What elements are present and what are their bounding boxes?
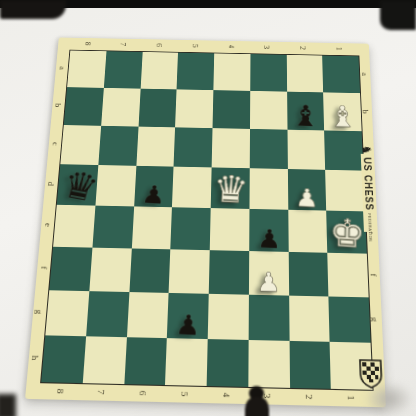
coordinate-label: 8 [55,389,66,394]
square-g3 [248,295,289,341]
square-f6 [129,248,171,292]
chessboard: 87654321 87654321 abcdefgh abcdefgh ♝♝♛♟… [25,37,386,407]
black-pawn: ♟ [141,182,167,208]
coordinate-label: 1 [335,47,344,51]
coordinate-label: 7 [96,390,107,395]
coordinate-label: 2 [299,46,308,50]
photo-corner-topright [380,0,416,30]
square-c6 [136,127,175,167]
square-c3 [250,129,288,169]
white-king: ♚ [329,213,366,254]
square-b3 [250,91,287,130]
square-e5 [171,207,211,250]
square-h4 [207,339,249,387]
black-pawn: ♟ [175,311,201,340]
white-queen: ♛ [212,170,249,209]
square-g4 [208,294,249,340]
square-f5 [169,249,210,293]
square-e4 [210,208,250,251]
square-d5 [172,167,211,208]
white-pawn: ♟ [256,268,280,295]
square-d2: ♟ [287,169,326,211]
coordinate-label: g [35,309,46,314]
square-e1: ♚ [326,211,366,254]
square-a5 [177,53,214,90]
square-b8 [64,87,104,126]
coordinate-label: e [43,223,53,227]
coordinate-label: h [30,355,41,360]
square-d1 [325,170,365,212]
white-pawn: ♟ [295,185,319,211]
square-c8 [60,125,101,165]
square-b4 [213,90,250,129]
coordinate-label: f [39,266,49,269]
black-bishop: ♝ [291,100,320,130]
square-e2 [288,210,328,253]
coordinate-label: a [57,66,66,69]
square-a8 [67,50,106,87]
white-bishop: ♝ [328,102,357,131]
square-a6 [140,52,178,89]
coordinate-label: b [54,103,64,107]
square-d8: ♛ [57,164,98,205]
square-c7 [98,126,138,166]
coordinate-label: 5 [191,44,200,48]
square-f7 [89,248,131,292]
square-h8 [41,335,86,383]
square-b1: ♝ [323,92,361,131]
square-a2 [286,55,323,93]
photo-corner-bottomright [354,374,416,416]
photo-scene: 87654321 87654321 abcdefgh abcdefgh ♝♝♛♟… [0,0,416,416]
coordinate-label: g [370,317,380,322]
square-h6 [124,337,167,385]
square-f2 [288,252,328,297]
square-e6 [131,206,172,249]
square-f8 [49,247,92,291]
square-a1 [322,56,360,94]
black-pawn: ♟ [257,225,282,252]
square-e7 [92,206,133,249]
square-g7 [86,291,129,337]
square-h7 [83,336,127,384]
brand-title: US CHESS [362,157,375,210]
square-d4: ♛ [211,167,250,208]
square-a3 [250,54,287,92]
square-c4 [212,128,250,168]
offboard-piece-body [245,397,269,416]
square-f3: ♟ [249,251,289,296]
knight-icon: ♞ [360,144,375,154]
coordinate-label: f [368,273,378,276]
square-a4 [213,53,250,91]
photo-corner-topleft [0,0,66,19]
square-h2 [289,341,331,389]
square-f1 [328,253,369,298]
square-g8 [45,290,89,336]
coordinate-label: c [50,142,60,146]
square-e8 [53,205,95,248]
coordinate-label: 7 [119,42,128,46]
coordinate-label: 4 [227,45,236,49]
offboard-black-piece [241,386,273,416]
board-grid: ♝♝♛♟♛♟♟♚♟♟ [40,50,374,391]
square-b2: ♝ [287,92,325,131]
coordinate-label: b [361,109,370,113]
square-e3: ♟ [249,209,288,252]
coordinate-label: 6 [138,391,149,396]
square-h3 [248,340,289,388]
brand-subtitle: FEDERATION [368,213,374,242]
square-c2 [287,130,325,170]
coordinate-label: 6 [155,43,164,47]
square-b6 [138,89,177,128]
coordinate-label: 5 [179,391,190,396]
square-c5 [174,127,213,167]
coordinate-label: d [46,181,56,185]
square-g2 [289,296,330,342]
square-g5: ♟ [167,293,209,339]
coordinate-label: a [360,72,369,75]
square-b5 [175,89,213,128]
square-a7 [104,51,143,88]
photo-corner-bottomleft [0,394,16,416]
coordinate-label: 8 [83,42,92,46]
square-d6: ♟ [134,166,174,207]
coordinate-label: 4 [221,392,232,397]
square-g6 [126,292,168,338]
square-c1 [324,130,363,170]
square-b7 [101,88,140,127]
square-d3 [249,168,288,210]
coordinate-label: 3 [263,45,272,49]
square-f4 [209,250,249,295]
square-h5 [165,338,207,386]
coordinate-label: 2 [304,394,315,399]
square-g1 [329,296,371,342]
